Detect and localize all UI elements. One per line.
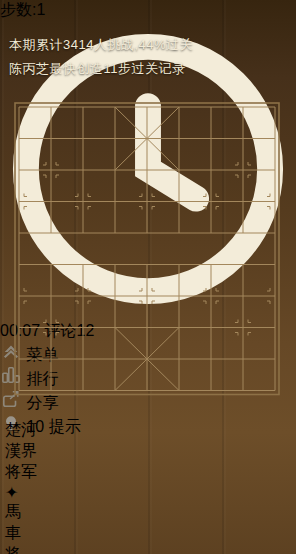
piece-character: 車 <box>5 524 21 541</box>
challenge-stats-text: 本期累计3414人挑战,44%过关 <box>9 36 193 54</box>
board-grid-lines <box>5 90 285 416</box>
app-screen: 本期累计3414人挑战,44%过关 陈丙芝最快创造11步过关记录 楚河 漢界 将… <box>0 0 296 554</box>
record-holder-text: 陈丙芝最快创造11步过关记录 <box>9 60 186 78</box>
river-label-han: 漢界 <box>5 441 291 462</box>
move-count: 步数:1 <box>0 1 45 18</box>
logo-calligraphy-text: 将军 <box>5 462 291 483</box>
river-label-chu: 楚河 <box>5 420 291 441</box>
piece-character: 馬 <box>5 503 21 520</box>
logo-sparkle-icon: ✦ <box>5 483 291 502</box>
piece-character: 将 <box>5 545 21 554</box>
piece-black[interactable]: 車 <box>5 523 291 544</box>
piece-red[interactable]: 馬 <box>5 502 291 523</box>
pieces-layer: 馬車将車炮炮馬馬兵車馬炮卒卒卒帥 <box>5 502 291 554</box>
piece-black[interactable]: 将 <box>5 544 291 554</box>
xiangqi-board[interactable]: 楚河 漢界 将军 ✦ 馬車将車炮炮馬馬兵車馬炮卒卒卒帥 <box>5 90 291 422</box>
